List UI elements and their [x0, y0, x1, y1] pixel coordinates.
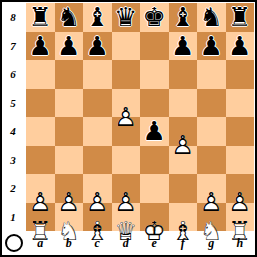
white-to-move-indicator — [5, 234, 23, 252]
square-d2[interactable]: ♟♙ — [112, 174, 141, 203]
square-f8[interactable]: ♝ — [169, 3, 198, 32]
square-e7[interactable] — [140, 32, 169, 61]
square-f5[interactable] — [169, 89, 198, 118]
square-a5[interactable] — [26, 89, 55, 118]
square-h2[interactable]: ♟♙ — [226, 174, 255, 203]
square-d5[interactable]: ♟♙ — [112, 89, 141, 118]
square-h7[interactable]: ♟ — [226, 32, 255, 61]
file-label-f: f — [169, 233, 198, 253]
square-f2[interactable] — [169, 174, 198, 203]
square-g6[interactable] — [197, 60, 226, 89]
square-c8[interactable]: ♝ — [83, 3, 112, 32]
square-b8[interactable]: ♞ — [55, 3, 84, 32]
rank-label-3: 3 — [2, 146, 24, 175]
square-a8[interactable]: ♜ — [26, 3, 55, 32]
square-b3[interactable] — [55, 146, 84, 175]
piece-black-b-c8[interactable]: ♝ — [83, 3, 112, 32]
square-c5[interactable] — [83, 89, 112, 118]
piece-black-p-h7[interactable]: ♟ — [226, 32, 255, 61]
file-label-b: b — [55, 233, 84, 253]
file-label-c: c — [83, 233, 112, 253]
rank-label-4: 4 — [2, 117, 24, 146]
square-b5[interactable] — [55, 89, 84, 118]
square-b6[interactable] — [55, 60, 84, 89]
piece-black-p-c7[interactable]: ♟ — [83, 32, 112, 61]
piece-black-n-b8[interactable]: ♞ — [55, 3, 84, 32]
square-g4[interactable] — [197, 117, 226, 146]
square-e4[interactable]: ♟ — [140, 117, 169, 146]
square-h4[interactable] — [226, 117, 255, 146]
chess-diagram: ♜♞♝♛♚♝♞♜♟♟♟♟♟♟♟♙♟♟♙♟♙♟♙♟♙♟♙♟♙♟♙♜♖♞♘♝♗♛♕♚… — [0, 0, 257, 257]
file-label-a: a — [26, 233, 55, 253]
square-b2[interactable]: ♟♙ — [55, 174, 84, 203]
square-f7[interactable]: ♟ — [169, 32, 198, 61]
square-e3[interactable] — [140, 146, 169, 175]
piece-black-p-b7[interactable]: ♟ — [55, 32, 84, 61]
square-b7[interactable]: ♟ — [55, 32, 84, 61]
square-c2[interactable]: ♟♙ — [83, 174, 112, 203]
piece-black-r-h8[interactable]: ♜ — [226, 3, 255, 32]
square-a6[interactable] — [26, 60, 55, 89]
square-g5[interactable] — [197, 89, 226, 118]
square-d8[interactable]: ♛ — [112, 3, 141, 32]
chess-board: ♜♞♝♛♚♝♞♜♟♟♟♟♟♟♟♙♟♟♙♟♙♟♙♟♙♟♙♟♙♟♙♜♖♞♘♝♗♛♕♚… — [26, 3, 254, 231]
rank-label-6: 6 — [2, 60, 24, 89]
square-d3[interactable] — [112, 146, 141, 175]
square-e2[interactable] — [140, 174, 169, 203]
square-h3[interactable] — [226, 146, 255, 175]
square-g3[interactable] — [197, 146, 226, 175]
piece-black-p-f7[interactable]: ♟ — [169, 32, 198, 61]
piece-black-k-e8[interactable]: ♚ — [140, 3, 169, 32]
square-a4[interactable] — [26, 117, 55, 146]
piece-black-p-a7[interactable]: ♟ — [26, 32, 55, 61]
square-h6[interactable] — [226, 60, 255, 89]
piece-black-p-e4[interactable]: ♟ — [140, 117, 169, 146]
square-f6[interactable] — [169, 60, 198, 89]
rank-label-7: 7 — [2, 32, 24, 61]
square-a7[interactable]: ♟ — [26, 32, 55, 61]
square-c3[interactable] — [83, 146, 112, 175]
square-e5[interactable] — [140, 89, 169, 118]
square-g2[interactable]: ♟♙ — [197, 174, 226, 203]
square-c7[interactable]: ♟ — [83, 32, 112, 61]
square-g8[interactable]: ♞ — [197, 3, 226, 32]
square-c6[interactable] — [83, 60, 112, 89]
square-d7[interactable] — [112, 32, 141, 61]
file-label-d: d — [112, 233, 141, 253]
piece-black-n-g8[interactable]: ♞ — [197, 3, 226, 32]
piece-black-r-a8[interactable]: ♜ — [26, 3, 55, 32]
square-d6[interactable] — [112, 60, 141, 89]
rank-label-8: 8 — [2, 3, 24, 32]
rank-label-1: 1 — [2, 203, 24, 232]
square-h8[interactable]: ♜ — [226, 3, 255, 32]
piece-black-q-d8[interactable]: ♛ — [112, 3, 141, 32]
piece-black-b-f8[interactable]: ♝ — [169, 3, 198, 32]
square-e6[interactable] — [140, 60, 169, 89]
square-e1[interactable]: ♚♔ — [140, 203, 169, 232]
piece-black-p-g7[interactable]: ♟ — [197, 32, 226, 61]
square-h5[interactable] — [226, 89, 255, 118]
square-f4[interactable]: ♟♙ — [169, 117, 198, 146]
square-g7[interactable]: ♟ — [197, 32, 226, 61]
square-a3[interactable] — [26, 146, 55, 175]
file-label-g: g — [197, 233, 226, 253]
file-label-h: h — [226, 233, 255, 253]
rank-label-2: 2 — [2, 174, 24, 203]
file-label-e: e — [140, 233, 169, 253]
rank-label-5: 5 — [2, 89, 24, 118]
square-b4[interactable] — [55, 117, 84, 146]
square-e8[interactable]: ♚ — [140, 3, 169, 32]
square-f1[interactable]: ♝♗ — [169, 203, 198, 232]
square-c4[interactable] — [83, 117, 112, 146]
square-a2[interactable]: ♟♙ — [26, 174, 55, 203]
